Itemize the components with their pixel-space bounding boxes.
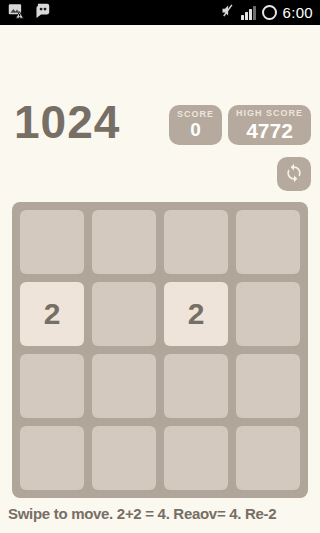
board[interactable]: 22 — [12, 202, 308, 498]
circle-icon — [262, 5, 277, 20]
empty-cell — [236, 426, 300, 490]
empty-cell — [236, 282, 300, 346]
score-panel: SCORE 0 HIGH SCORE 4772 — [169, 105, 311, 145]
high-score-label: HIGH SCORE — [236, 108, 303, 120]
tile-2: 2 — [20, 282, 84, 346]
score-value: 0 — [190, 120, 201, 141]
status-bar: 6:00 — [0, 0, 320, 25]
mute-icon — [220, 3, 235, 22]
status-bar-notifications — [7, 2, 51, 23]
empty-cell — [20, 210, 84, 274]
empty-cell — [92, 210, 156, 274]
page-title: 1024 — [14, 99, 120, 145]
empty-cell — [92, 282, 156, 346]
empty-cell — [164, 210, 228, 274]
empty-cell — [164, 354, 228, 418]
footer-instructions: Swipe to move. 2+2 = 4. Reaov= 4. Re-2 — [8, 505, 276, 522]
empty-cell — [164, 426, 228, 490]
app-screen: 6:00 1024 SCORE 0 HIGH SCORE 4772 22 Swi… — [0, 0, 320, 533]
restart-button[interactable] — [277, 157, 311, 191]
empty-cell — [236, 210, 300, 274]
empty-cell — [92, 426, 156, 490]
high-score-value: 4772 — [246, 119, 293, 142]
high-score-box: HIGH SCORE 4772 — [228, 105, 311, 145]
empty-cell — [20, 426, 84, 490]
image-warning-icon — [7, 2, 26, 23]
signal-bars-icon — [241, 6, 256, 20]
empty-cell — [20, 354, 84, 418]
sync-restart-icon — [284, 163, 304, 186]
empty-cell — [236, 354, 300, 418]
empty-cell — [92, 354, 156, 418]
clock-text: 6:00 — [283, 4, 313, 21]
tile-2: 2 — [164, 282, 228, 346]
talk-bubble-icon — [34, 2, 51, 23]
status-bar-indicators: 6:00 — [220, 3, 313, 22]
score-box: SCORE 0 — [169, 105, 222, 145]
